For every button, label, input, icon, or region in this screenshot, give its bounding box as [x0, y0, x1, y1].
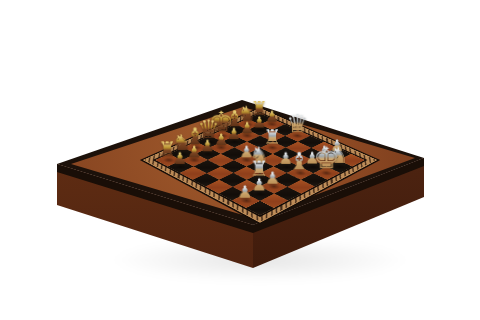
piece-glyph: ♟ — [252, 177, 267, 194]
square-a1[interactable] — [246, 201, 274, 216]
piece-glyph: ♟ — [240, 121, 254, 136]
piece-glyph: ♟ — [265, 109, 279, 124]
piece-glyph: ♟ — [173, 151, 188, 167]
piece-glyph: ♟ — [200, 138, 214, 154]
square-a2[interactable]: ♟ — [232, 193, 260, 207]
piece-glyph: ♟ — [227, 126, 241, 142]
piece-glyph: ♚ — [313, 144, 340, 174]
piece-glyph: ♟ — [265, 170, 280, 187]
piece-glyph: ♟ — [187, 144, 201, 160]
piece-glyph: ♟ — [214, 132, 228, 148]
piece-glyph: ♝ — [289, 150, 310, 174]
piece-glyph: ♛ — [286, 111, 308, 136]
product-photo-scene: ♜♟♛♟♞♟♟♞♝♟♜♟♚♚♟♟♝♛♟♟♞♝♟♜♟♞♟♟♜♟♟ — [0, 0, 480, 320]
piece-glyph: ♟ — [238, 184, 253, 201]
